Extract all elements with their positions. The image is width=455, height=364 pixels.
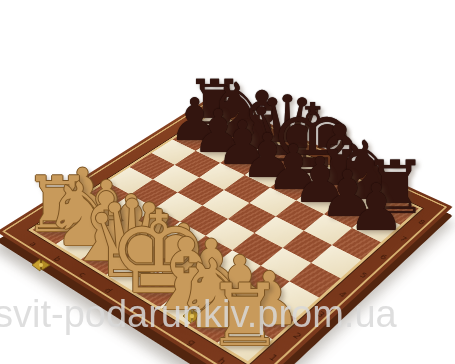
black-pawn-h7: ♟ (347, 175, 405, 240)
watermark: svit-podarunkiv.prom.ua (0, 293, 455, 336)
product-photo: abcdefgh 87654321 ♜♞♝♛♚♝♞♜♟♟♟♟♟♟♟♟♟♟♟♟♟♟… (0, 0, 455, 364)
